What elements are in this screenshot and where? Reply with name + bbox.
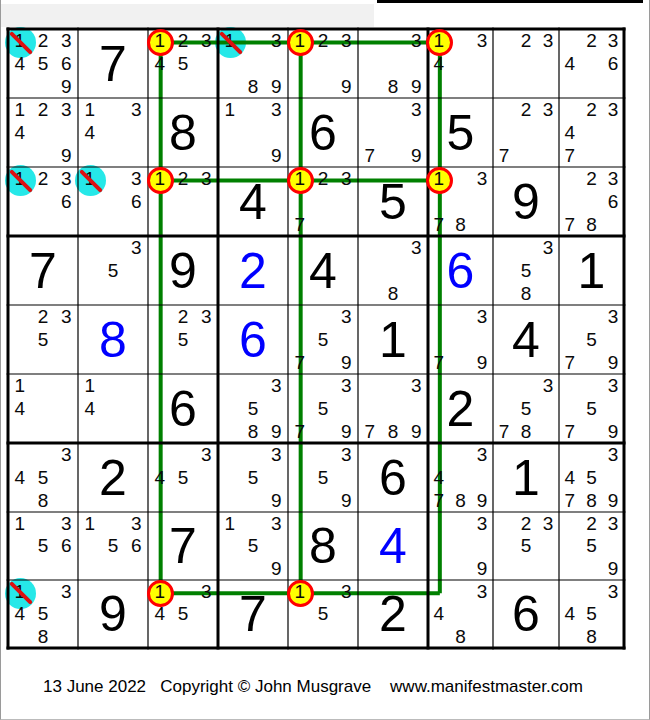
cell-r2c4[interactable]: 139 [218, 98, 288, 167]
cell-r5c6[interactable]: 1 [358, 305, 428, 374]
candidate-6: 6 [55, 52, 78, 75]
empty-candidate-slot [55, 351, 78, 374]
pencil-marks: 1239 [288, 29, 358, 98]
empty-candidate-slot [195, 213, 218, 236]
empty-candidate-slot [101, 282, 124, 305]
candidate-9: 9 [335, 351, 358, 374]
empty-candidate-slot [602, 603, 624, 626]
cell-r2c8[interactable]: 237 [493, 98, 559, 167]
cell-r9c4[interactable]: 7 [218, 580, 288, 648]
pencil-marks: 235 [148, 305, 218, 374]
candidate-3: 3 [265, 512, 288, 535]
candidate-3: 3 [195, 29, 218, 52]
empty-candidate-slot [428, 75, 450, 98]
pencil-marks: 3458 [8, 443, 78, 512]
empty-candidate-slot [311, 420, 334, 443]
candidate-3: 3 [125, 98, 148, 121]
empty-candidate-slot [358, 282, 381, 305]
cell-r1c7[interactable]: 134 [428, 29, 493, 98]
given-digit: 9 [148, 236, 218, 305]
cell-r8c2[interactable]: 1356 [78, 512, 148, 580]
empty-candidate-slot [288, 374, 311, 397]
pencil-marks: 1237 [288, 167, 358, 236]
candidate-3: 3 [602, 305, 624, 328]
empty-candidate-slot [450, 443, 472, 466]
empty-candidate-slot [31, 75, 54, 98]
cell-r4c2[interactable]: 35 [78, 236, 148, 305]
empty-candidate-slot [537, 259, 559, 282]
candidate-8: 8 [581, 489, 603, 512]
cell-r3c2[interactable]: 136 [78, 167, 148, 236]
candidate-3: 3 [335, 580, 358, 603]
pencil-marks: 3579 [288, 374, 358, 443]
empty-candidate-slot [101, 213, 124, 236]
empty-candidate-slot [78, 259, 101, 282]
cell-r9c1[interactable]: 13458 [8, 580, 78, 648]
empty-candidate-slot [8, 420, 31, 443]
empty-candidate-slot [8, 351, 31, 374]
given-digit: 1 [493, 443, 559, 512]
empty-candidate-slot [218, 420, 241, 443]
candidate-7: 7 [288, 213, 311, 236]
empty-candidate-slot [471, 190, 493, 213]
pencil-marks: 3458 [559, 580, 624, 648]
candidate-3: 3 [195, 443, 218, 466]
empty-candidate-slot [218, 489, 241, 512]
given-digit: 7 [218, 580, 288, 648]
cell-r5c9[interactable]: 3579 [559, 305, 624, 374]
cell-r3c3[interactable]: 123 [148, 167, 218, 236]
candidate-9: 9 [405, 75, 428, 98]
cell-r4c3[interactable]: 9 [148, 236, 218, 305]
empty-candidate-slot [125, 420, 148, 443]
cell-r2c7[interactable]: 5 [428, 98, 493, 167]
empty-candidate-slot [148, 190, 171, 213]
empty-candidate-slot [602, 535, 624, 558]
cell-r3c9[interactable]: 23678 [559, 167, 624, 236]
cell-r2c3[interactable]: 8 [148, 98, 218, 167]
candidate-5: 5 [241, 397, 264, 420]
empty-candidate-slot [450, 29, 472, 52]
candidate-9: 9 [55, 75, 78, 98]
candidate-3: 3 [335, 305, 358, 328]
pencil-marks: 1378 [428, 167, 493, 236]
cell-r2c1[interactable]: 12349 [8, 98, 78, 167]
empty-candidate-slot [288, 75, 311, 98]
candidate-9: 9 [335, 420, 358, 443]
empty-candidate-slot [537, 420, 559, 443]
empty-candidate-slot [471, 328, 493, 351]
empty-candidate-slot [559, 535, 581, 558]
candidate-7: 7 [428, 213, 450, 236]
candidate-4: 4 [559, 121, 581, 144]
cell-r8c8[interactable]: 235 [493, 512, 559, 580]
cell-r8c4[interactable]: 1359 [218, 512, 288, 580]
cell-r6c9[interactable]: 3579 [559, 374, 624, 443]
candidate-9: 9 [265, 489, 288, 512]
empty-candidate-slot [31, 420, 54, 443]
candidate-5: 5 [31, 535, 54, 558]
empty-candidate-slot [381, 374, 404, 397]
empty-candidate-slot [335, 466, 358, 489]
candidate-3: 3 [195, 305, 218, 328]
entered-digit: 6 [218, 305, 288, 374]
cell-r4c7[interactable]: 6 [428, 236, 493, 305]
empty-candidate-slot [471, 603, 493, 626]
empty-candidate-slot [559, 190, 581, 213]
cell-r6c3[interactable]: 6 [148, 374, 218, 443]
empty-candidate-slot [55, 603, 78, 626]
empty-candidate-slot [55, 213, 78, 236]
empty-candidate-slot [218, 374, 241, 397]
candidate-8: 8 [381, 282, 404, 305]
cell-r6c2[interactable]: 14 [78, 374, 148, 443]
cell-r3c5[interactable]: 1237 [288, 167, 358, 236]
given-digit: 2 [428, 374, 493, 443]
empty-candidate-slot [559, 29, 581, 52]
empty-candidate-slot [55, 489, 78, 512]
empty-candidate-slot [493, 557, 515, 580]
candidate-5: 5 [171, 603, 194, 626]
cell-r6c7[interactable]: 2 [428, 374, 493, 443]
cell-r1c3[interactable]: 12345 [148, 29, 218, 98]
candidate-9: 9 [265, 75, 288, 98]
empty-candidate-slot [265, 121, 288, 144]
cell-r8c5[interactable]: 8 [288, 512, 358, 580]
candidate-2: 2 [581, 167, 603, 190]
pencil-marks: 23 [493, 29, 559, 98]
candidate-3: 3 [265, 374, 288, 397]
candidate-5: 5 [581, 603, 603, 626]
empty-candidate-slot [405, 121, 428, 144]
cell-r4c9[interactable]: 1 [559, 236, 624, 305]
candidate-7: 7 [559, 213, 581, 236]
candidate-8: 8 [581, 625, 603, 648]
candidate-1: 1 [148, 580, 171, 603]
cell-r8c6[interactable]: 4 [358, 512, 428, 580]
empty-candidate-slot [335, 213, 358, 236]
candidate-8: 8 [515, 282, 537, 305]
pencil-marks: 3589 [218, 374, 288, 443]
cell-r6c6[interactable]: 3789 [358, 374, 428, 443]
pencil-marks: 39 [428, 512, 493, 580]
cell-r1c1[interactable]: 1234569 [8, 29, 78, 98]
candidate-3: 3 [471, 512, 493, 535]
cell-r1c9[interactable]: 2346 [559, 29, 624, 98]
empty-candidate-slot [559, 580, 581, 603]
cell-r6c8[interactable]: 3578 [493, 374, 559, 443]
empty-candidate-slot [8, 144, 31, 167]
empty-candidate-slot [515, 52, 537, 75]
empty-candidate-slot [358, 259, 381, 282]
empty-candidate-slot [428, 625, 450, 648]
cell-r7c2[interactable]: 2 [78, 443, 148, 512]
empty-candidate-slot [241, 512, 264, 535]
empty-candidate-slot [450, 328, 472, 351]
empty-candidate-slot [288, 52, 311, 75]
candidate-2: 2 [515, 98, 537, 121]
empty-candidate-slot [8, 557, 31, 580]
cell-r3c1[interactable]: 1236 [8, 167, 78, 236]
given-digit: 6 [493, 580, 559, 648]
empty-candidate-slot [31, 557, 54, 580]
empty-candidate-slot [171, 489, 194, 512]
cell-r3c8[interactable]: 9 [493, 167, 559, 236]
candidate-7: 7 [288, 420, 311, 443]
cell-r8c1[interactable]: 1356 [8, 512, 78, 580]
empty-candidate-slot [450, 512, 472, 535]
candidate-3: 3 [602, 29, 624, 52]
cell-r5c7[interactable]: 379 [428, 305, 493, 374]
empty-candidate-slot [581, 580, 603, 603]
candidate-4: 4 [148, 466, 171, 489]
empty-candidate-slot [559, 443, 581, 466]
empty-candidate-slot [428, 580, 450, 603]
candidate-5: 5 [31, 466, 54, 489]
cell-r2c9[interactable]: 2347 [559, 98, 624, 167]
empty-candidate-slot [405, 397, 428, 420]
pencil-marks: 2346 [559, 29, 624, 98]
cell-r5c3[interactable]: 235 [148, 305, 218, 374]
cell-r4c6[interactable]: 38 [358, 236, 428, 305]
cell-r3c7[interactable]: 1378 [428, 167, 493, 236]
pencil-marks: 379 [428, 305, 493, 374]
cell-r5c4[interactable]: 6 [218, 305, 288, 374]
cell-r2c2[interactable]: 134 [78, 98, 148, 167]
empty-candidate-slot [241, 98, 264, 121]
empty-candidate-slot [358, 52, 381, 75]
cell-r6c5[interactable]: 3579 [288, 374, 358, 443]
empty-candidate-slot [515, 144, 537, 167]
candidate-3: 3 [335, 167, 358, 190]
cell-r1c4[interactable]: 1389 [218, 29, 288, 98]
cell-r5c1[interactable]: 235 [8, 305, 78, 374]
empty-candidate-slot [218, 75, 241, 98]
candidate-3: 3 [405, 29, 428, 52]
cell-r9c2[interactable]: 9 [78, 580, 148, 648]
candidate-6: 6 [602, 190, 624, 213]
pencil-marks: 14 [78, 374, 148, 443]
empty-candidate-slot [311, 443, 334, 466]
empty-candidate-slot [8, 75, 31, 98]
candidate-5: 5 [581, 535, 603, 558]
empty-candidate-slot [381, 29, 404, 52]
candidate-5: 5 [171, 328, 194, 351]
empty-candidate-slot [311, 52, 334, 75]
cell-r8c9[interactable]: 2359 [559, 512, 624, 580]
candidate-3: 3 [55, 98, 78, 121]
candidate-3: 3 [335, 374, 358, 397]
empty-candidate-slot [581, 374, 603, 397]
empty-candidate-slot [381, 236, 404, 259]
empty-candidate-slot [31, 213, 54, 236]
candidate-4: 4 [559, 52, 581, 75]
cell-r7c8[interactable]: 1 [493, 443, 559, 512]
empty-candidate-slot [8, 190, 31, 213]
candidate-3: 3 [602, 98, 624, 121]
empty-candidate-slot [381, 144, 404, 167]
empty-candidate-slot [493, 282, 515, 305]
cell-r1c2[interactable]: 7 [78, 29, 148, 98]
empty-candidate-slot [335, 52, 358, 75]
given-digit: 6 [288, 98, 358, 167]
given-digit: 1 [358, 305, 428, 374]
candidate-4: 4 [148, 52, 171, 75]
cell-r5c5[interactable]: 3579 [288, 305, 358, 374]
cell-r5c2[interactable]: 8 [78, 305, 148, 374]
pencil-marks: 35 [78, 236, 148, 305]
cell-r7c4[interactable]: 359 [218, 443, 288, 512]
empty-candidate-slot [101, 167, 124, 190]
cell-r6c4[interactable]: 3589 [218, 374, 288, 443]
empty-candidate-slot [559, 328, 581, 351]
candidate-3: 3 [55, 512, 78, 535]
candidate-1: 1 [8, 98, 31, 121]
empty-candidate-slot [428, 443, 450, 466]
candidate-3: 3 [125, 512, 148, 535]
candidate-7: 7 [559, 420, 581, 443]
cell-r3c6[interactable]: 5 [358, 167, 428, 236]
empty-candidate-slot [55, 121, 78, 144]
empty-candidate-slot [493, 98, 515, 121]
given-digit: 4 [493, 305, 559, 374]
candidate-7: 7 [493, 420, 515, 443]
empty-candidate-slot [31, 443, 54, 466]
empty-candidate-slot [381, 259, 404, 282]
cell-r8c7[interactable]: 39 [428, 512, 493, 580]
given-digit: 4 [218, 167, 288, 236]
cell-r9c9[interactable]: 3458 [559, 580, 624, 648]
empty-candidate-slot [335, 625, 358, 648]
cell-r4c5[interactable]: 4 [288, 236, 358, 305]
given-digit: 8 [288, 512, 358, 580]
cell-r7c9[interactable]: 345789 [559, 443, 624, 512]
empty-candidate-slot [241, 374, 264, 397]
cell-r9c6[interactable]: 2 [358, 580, 428, 648]
candidate-2: 2 [581, 29, 603, 52]
footer-website-link[interactable]: www.manifestmaster.com [390, 677, 583, 697]
empty-candidate-slot [335, 603, 358, 626]
empty-candidate-slot [311, 580, 334, 603]
pencil-marks: 2347 [559, 98, 624, 167]
empty-candidate-slot [428, 535, 450, 558]
cell-r7c3[interactable]: 345 [148, 443, 218, 512]
cell-r1c5[interactable]: 1239 [288, 29, 358, 98]
cell-r7c1[interactable]: 3458 [8, 443, 78, 512]
empty-candidate-slot [428, 190, 450, 213]
cell-r9c7[interactable]: 348 [428, 580, 493, 648]
cell-r2c5[interactable]: 6 [288, 98, 358, 167]
cell-r6c1[interactable]: 14 [8, 374, 78, 443]
candidate-7: 7 [559, 351, 581, 374]
empty-candidate-slot [358, 121, 381, 144]
pencil-marks: 14 [8, 374, 78, 443]
candidate-4: 4 [78, 121, 101, 144]
cell-r9c8[interactable]: 6 [493, 580, 559, 648]
pencil-marks: 139 [218, 98, 288, 167]
candidate-3: 3 [537, 29, 559, 52]
empty-candidate-slot [358, 98, 381, 121]
candidate-2: 2 [31, 305, 54, 328]
empty-candidate-slot [78, 144, 101, 167]
empty-candidate-slot [31, 190, 54, 213]
empty-candidate-slot [31, 144, 54, 167]
candidate-9: 9 [602, 489, 624, 512]
candidate-6: 6 [55, 535, 78, 558]
empty-candidate-slot [471, 75, 493, 98]
candidate-1: 1 [218, 98, 241, 121]
candidate-9: 9 [405, 144, 428, 167]
cell-r3c4[interactable]: 4 [218, 167, 288, 236]
empty-candidate-slot [288, 466, 311, 489]
cell-r4c1[interactable]: 7 [8, 236, 78, 305]
empty-candidate-slot [55, 466, 78, 489]
empty-candidate-slot [581, 75, 603, 98]
candidate-3: 3 [265, 98, 288, 121]
candidate-3: 3 [55, 580, 78, 603]
candidate-7: 7 [288, 351, 311, 374]
empty-candidate-slot [428, 557, 450, 580]
empty-candidate-slot [78, 213, 101, 236]
candidate-9: 9 [471, 489, 493, 512]
empty-candidate-slot [218, 557, 241, 580]
pencil-marks: 34789 [428, 443, 493, 512]
candidate-4: 4 [428, 52, 450, 75]
empty-candidate-slot [335, 190, 358, 213]
candidate-8: 8 [515, 420, 537, 443]
empty-candidate-slot [428, 512, 450, 535]
empty-candidate-slot [602, 121, 624, 144]
cell-r7c7[interactable]: 34789 [428, 443, 493, 512]
empty-candidate-slot [537, 397, 559, 420]
empty-candidate-slot [31, 351, 54, 374]
cell-r4c4[interactable]: 2 [218, 236, 288, 305]
candidate-7: 7 [358, 420, 381, 443]
candidate-2: 2 [171, 29, 194, 52]
pencil-marks: 3789 [358, 374, 428, 443]
empty-candidate-slot [148, 75, 171, 98]
candidate-4: 4 [559, 466, 581, 489]
cell-r9c3[interactable]: 1345 [148, 580, 218, 648]
cell-r7c6[interactable]: 6 [358, 443, 428, 512]
candidate-2: 2 [31, 29, 54, 52]
candidate-6: 6 [55, 190, 78, 213]
cell-r1c8[interactable]: 23 [493, 29, 559, 98]
cell-r8c3[interactable]: 7 [148, 512, 218, 580]
empty-candidate-slot [493, 259, 515, 282]
candidate-5: 5 [311, 328, 334, 351]
cell-r9c5[interactable]: 135 [288, 580, 358, 648]
candidate-7: 7 [358, 144, 381, 167]
cell-r7c5[interactable]: 359 [288, 443, 358, 512]
pencil-marks: 38 [358, 236, 428, 305]
empty-candidate-slot [101, 98, 124, 121]
candidate-5: 5 [171, 466, 194, 489]
candidate-6: 6 [125, 535, 148, 558]
cell-r1c6[interactable]: 389 [358, 29, 428, 98]
candidate-1: 1 [148, 167, 171, 190]
candidate-1: 1 [288, 167, 311, 190]
given-digit: 7 [8, 236, 78, 305]
empty-candidate-slot [8, 328, 31, 351]
candidate-4: 4 [8, 397, 31, 420]
empty-candidate-slot [559, 557, 581, 580]
candidate-8: 8 [450, 213, 472, 236]
cell-r4c8[interactable]: 358 [493, 236, 559, 305]
empty-candidate-slot [602, 625, 624, 648]
cell-r5c8[interactable]: 4 [493, 305, 559, 374]
cell-r2c6[interactable]: 379 [358, 98, 428, 167]
